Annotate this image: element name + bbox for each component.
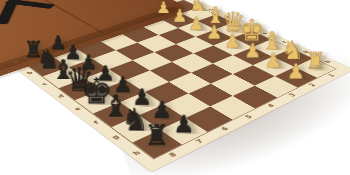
piece-white-pawn[interactable]: ♟ — [244, 41, 262, 61]
chess-set-photo: ♜♟♟♜♞♟♟♞♝♟♟♝♛♟♟♛♚♟♟♚♝♟♟♝♞♟♟♞♜♟♟♜ 88aa77b… — [0, 0, 350, 175]
piece-white-pawn[interactable]: ♟ — [206, 23, 223, 42]
piece-black-rook[interactable]: ♜ — [144, 121, 169, 149]
piece-black-pawn[interactable]: ♟ — [173, 112, 195, 136]
piece-white-pawn[interactable]: ♟ — [188, 15, 204, 33]
piece-white-pawn[interactable]: ♟ — [224, 31, 241, 50]
coord-label-e: e — [70, 105, 86, 114]
piece-white-pawn[interactable]: ♟ — [286, 61, 305, 82]
piece-white-pawn[interactable]: ♟ — [265, 50, 283, 70]
coord-label-g: g — [107, 132, 125, 142]
piece-white-rook[interactable]: ♜ — [304, 50, 325, 73]
